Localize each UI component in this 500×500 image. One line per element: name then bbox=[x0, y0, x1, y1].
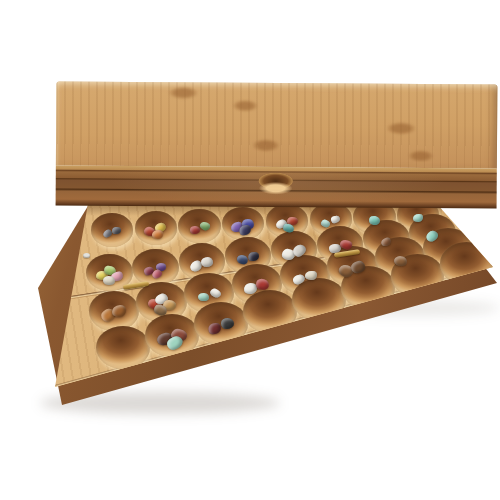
closed-box bbox=[56, 81, 498, 208]
bamboo-knot bbox=[408, 150, 434, 162]
bamboo-knot bbox=[232, 100, 258, 112]
gem-stone bbox=[189, 225, 199, 233]
pit[interactable] bbox=[96, 326, 150, 369]
gem-stone bbox=[305, 270, 317, 280]
box-thumb-notch bbox=[250, 171, 302, 195]
bamboo-knot bbox=[168, 86, 198, 99]
bamboo-knot bbox=[386, 122, 416, 135]
product-photo: { "game": "Mancala", "variant": "Hus / B… bbox=[0, 0, 500, 500]
box-top-face bbox=[56, 81, 498, 168]
bamboo-knot bbox=[252, 139, 280, 152]
magnet-dot bbox=[83, 253, 90, 258]
